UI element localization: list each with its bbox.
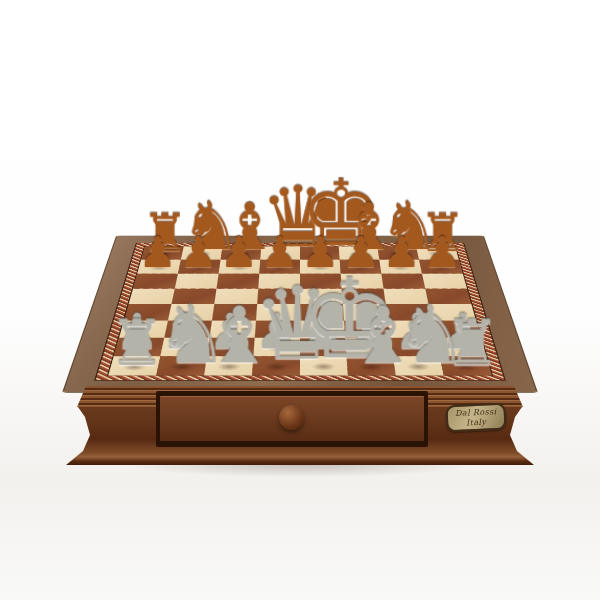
board-frame: ♜♞♝♛♚♝♞♜♟♟♟♟♟♟♟♟♟♟♟♟♟♟♟♟♜♞♝♛♚♝♞♜ [63, 236, 536, 392]
piece-copper-pawn-b7[interactable]: ♟ [178, 231, 219, 274]
square-h7[interactable]: ♟ [419, 260, 463, 274]
square-h1[interactable]: ♜ [440, 356, 492, 375]
square-d1[interactable]: ♛ [252, 356, 300, 375]
square-f1[interactable]: ♝ [347, 356, 396, 375]
square-e1[interactable]: ♚ [300, 356, 348, 375]
drawer-knob [279, 405, 304, 430]
brass-plaque: Dal Rossi Italy [445, 403, 506, 433]
piece-silver-bishop-f1[interactable]: ♝ [348, 297, 396, 375]
plaque-line2: Italy [466, 417, 487, 427]
square-g1[interactable]: ♞ [393, 356, 444, 375]
drawer-recess [156, 391, 428, 447]
piece-silver-rook-a1[interactable]: ♜ [108, 312, 156, 375]
piece-silver-queen-d1[interactable]: ♛ [252, 274, 300, 375]
mosaic-border: ♜♞♝♛♚♝♞♜♟♟♟♟♟♟♟♟♟♟♟♟♟♟♟♟♜♞♝♛♚♝♞♜ [94, 243, 506, 381]
piece-silver-rook-h1[interactable]: ♜ [444, 312, 492, 375]
piece-copper-pawn-h7[interactable]: ♟ [422, 231, 463, 274]
piece-silver-bishop-c1[interactable]: ♝ [204, 297, 252, 375]
piece-silver-king-e1[interactable]: ♚ [300, 264, 348, 375]
square-b1[interactable]: ♞ [156, 356, 207, 375]
photo-root: ♜♞♝♛♚♝♞♜♟♟♟♟♟♟♟♟♟♟♟♟♟♟♟♟♜♞♝♛♚♝♞♜ Dal Ros… [0, 0, 600, 600]
square-b7[interactable]: ♟ [178, 260, 221, 274]
piece-silver-knight-b1[interactable]: ♞ [156, 294, 204, 375]
square-a7[interactable]: ♟ [137, 260, 181, 274]
square-h6[interactable] [422, 274, 467, 289]
piece-copper-pawn-a7[interactable]: ♟ [137, 231, 178, 274]
square-a1[interactable]: ♜ [108, 356, 160, 375]
square-c1[interactable]: ♝ [204, 356, 253, 375]
board-grid: ♜♞♝♛♚♝♞♜♟♟♟♟♟♟♟♟♟♟♟♟♟♟♟♟♜♞♝♛♚♝♞♜ [107, 246, 493, 376]
square-b6[interactable] [175, 274, 219, 289]
square-a6[interactable] [133, 274, 178, 289]
piece-silver-knight-g1[interactable]: ♞ [396, 294, 444, 375]
board-scene: ♜♞♝♛♚♝♞♜♟♟♟♟♟♟♟♟♟♟♟♟♟♟♟♟♜♞♝♛♚♝♞♜ [0, 0, 600, 600]
